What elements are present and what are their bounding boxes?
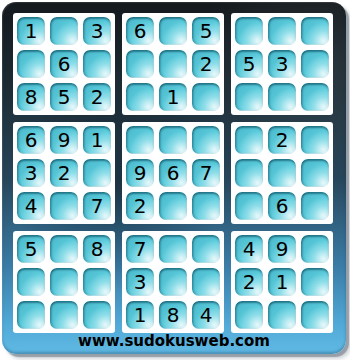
- sudoku-cell-r4c7[interactable]: [235, 126, 263, 154]
- sudoku-cell-r7c3[interactable]: 8: [83, 235, 111, 263]
- sudoku-box-9: 4921: [231, 231, 333, 333]
- sudoku-cell-r4c1[interactable]: 6: [17, 126, 45, 154]
- sudoku-cell-r9c6[interactable]: 4: [192, 301, 220, 329]
- sudoku-cell-r6c3[interactable]: 7: [83, 192, 111, 220]
- sudoku-cell-r2c4[interactable]: [126, 50, 154, 78]
- sudoku-cell-r6c1[interactable]: 4: [17, 192, 45, 220]
- sudoku-cell-r8c7[interactable]: 2: [235, 268, 263, 296]
- sudoku-cell-r8c6[interactable]: [192, 268, 220, 296]
- sudoku-box-8: 73184: [122, 231, 224, 333]
- sudoku-cell-r8c1[interactable]: [17, 268, 45, 296]
- sudoku-cell-r6c8[interactable]: 6: [268, 192, 296, 220]
- sudoku-cell-r8c2[interactable]: [50, 268, 78, 296]
- page: 136852652153691324796722658731844921 www…: [0, 0, 350, 360]
- sudoku-board-frame: 136852652153691324796722658731844921 www…: [2, 2, 346, 354]
- sudoku-cell-r9c4[interactable]: 1: [126, 301, 154, 329]
- sudoku-cell-r4c8[interactable]: 2: [268, 126, 296, 154]
- sudoku-box-2: 6521: [122, 13, 224, 115]
- sudoku-cell-r2c8[interactable]: 3: [268, 50, 296, 78]
- sudoku-cell-r4c9[interactable]: [301, 126, 329, 154]
- sudoku-cell-r7c9[interactable]: [301, 235, 329, 263]
- sudoku-cell-r9c1[interactable]: [17, 301, 45, 329]
- sudoku-cell-r5c8[interactable]: [268, 159, 296, 187]
- sudoku-box-6: 26: [231, 122, 333, 224]
- sudoku-cell-r7c2[interactable]: [50, 235, 78, 263]
- sudoku-cell-r3c8[interactable]: [268, 83, 296, 111]
- sudoku-cell-r4c2[interactable]: 9: [50, 126, 78, 154]
- sudoku-cell-r2c1[interactable]: [17, 50, 45, 78]
- sudoku-cell-r4c3[interactable]: 1: [83, 126, 111, 154]
- sudoku-box-7: 58: [13, 231, 115, 333]
- sudoku-cell-r5c2[interactable]: 2: [50, 159, 78, 187]
- sudoku-cell-r6c4[interactable]: 2: [126, 192, 154, 220]
- sudoku-cell-r5c4[interactable]: 9: [126, 159, 154, 187]
- sudoku-cell-r7c5[interactable]: [159, 235, 187, 263]
- sudoku-cell-r4c4[interactable]: [126, 126, 154, 154]
- sudoku-cell-r8c3[interactable]: [83, 268, 111, 296]
- sudoku-cell-r9c3[interactable]: [83, 301, 111, 329]
- sudoku-box-3: 53: [231, 13, 333, 115]
- sudoku-cell-r8c8[interactable]: 1: [268, 268, 296, 296]
- sudoku-cell-r2c2[interactable]: 6: [50, 50, 78, 78]
- sudoku-cell-r6c6[interactable]: [192, 192, 220, 220]
- sudoku-cell-r3c3[interactable]: 2: [83, 83, 111, 111]
- sudoku-cell-r9c2[interactable]: [50, 301, 78, 329]
- sudoku-cell-r6c9[interactable]: [301, 192, 329, 220]
- sudoku-cell-r2c5[interactable]: [159, 50, 187, 78]
- sudoku-cell-r5c1[interactable]: 3: [17, 159, 45, 187]
- sudoku-cell-r1c7[interactable]: [235, 17, 263, 45]
- sudoku-cell-r3c6[interactable]: [192, 83, 220, 111]
- sudoku-cell-r6c7[interactable]: [235, 192, 263, 220]
- sudoku-box-1: 136852: [13, 13, 115, 115]
- sudoku-cell-r1c4[interactable]: 6: [126, 17, 154, 45]
- sudoku-cell-r3c7[interactable]: [235, 83, 263, 111]
- sudoku-cell-r5c5[interactable]: 6: [159, 159, 187, 187]
- sudoku-cell-r8c4[interactable]: 3: [126, 268, 154, 296]
- sudoku-cell-r1c8[interactable]: [268, 17, 296, 45]
- sudoku-cell-r5c9[interactable]: [301, 159, 329, 187]
- sudoku-cell-r3c9[interactable]: [301, 83, 329, 111]
- sudoku-cell-r2c7[interactable]: 5: [235, 50, 263, 78]
- sudoku-cell-r5c7[interactable]: [235, 159, 263, 187]
- sudoku-cell-r7c4[interactable]: 7: [126, 235, 154, 263]
- sudoku-cell-r3c5[interactable]: 1: [159, 83, 187, 111]
- sudoku-cell-r7c7[interactable]: 4: [235, 235, 263, 263]
- sudoku-cell-r8c5[interactable]: [159, 268, 187, 296]
- sudoku-cell-r8c9[interactable]: [301, 268, 329, 296]
- sudoku-cell-r3c2[interactable]: 5: [50, 83, 78, 111]
- sudoku-cell-r9c7[interactable]: [235, 301, 263, 329]
- sudoku-box-5: 9672: [122, 122, 224, 224]
- sudoku-cell-r1c1[interactable]: 1: [17, 17, 45, 45]
- sudoku-cell-r9c8[interactable]: [268, 301, 296, 329]
- sudoku-cell-r4c6[interactable]: [192, 126, 220, 154]
- sudoku-grid: 136852652153691324796722658731844921: [13, 13, 333, 333]
- sudoku-box-4: 6913247: [13, 122, 115, 224]
- sudoku-cell-r9c5[interactable]: 8: [159, 301, 187, 329]
- sudoku-cell-r6c5[interactable]: [159, 192, 187, 220]
- sudoku-cell-r7c6[interactable]: [192, 235, 220, 263]
- sudoku-cell-r7c1[interactable]: 5: [17, 235, 45, 263]
- sudoku-cell-r2c3[interactable]: [83, 50, 111, 78]
- sudoku-cell-r1c3[interactable]: 3: [83, 17, 111, 45]
- sudoku-cell-r2c9[interactable]: [301, 50, 329, 78]
- sudoku-cell-r1c2[interactable]: [50, 17, 78, 45]
- sudoku-cell-r5c6[interactable]: 7: [192, 159, 220, 187]
- sudoku-cell-r5c3[interactable]: [83, 159, 111, 187]
- sudoku-cell-r6c2[interactable]: [50, 192, 78, 220]
- sudoku-cell-r3c1[interactable]: 8: [17, 83, 45, 111]
- sudoku-cell-r7c8[interactable]: 9: [268, 235, 296, 263]
- sudoku-cell-r2c6[interactable]: 2: [192, 50, 220, 78]
- sudoku-cell-r1c9[interactable]: [301, 17, 329, 45]
- sudoku-cell-r4c5[interactable]: [159, 126, 187, 154]
- site-url: www.sudokusweb.com: [2, 331, 346, 351]
- sudoku-cell-r1c6[interactable]: 5: [192, 17, 220, 45]
- sudoku-cell-r1c5[interactable]: [159, 17, 187, 45]
- sudoku-cell-r9c9[interactable]: [301, 301, 329, 329]
- sudoku-cell-r3c4[interactable]: [126, 83, 154, 111]
